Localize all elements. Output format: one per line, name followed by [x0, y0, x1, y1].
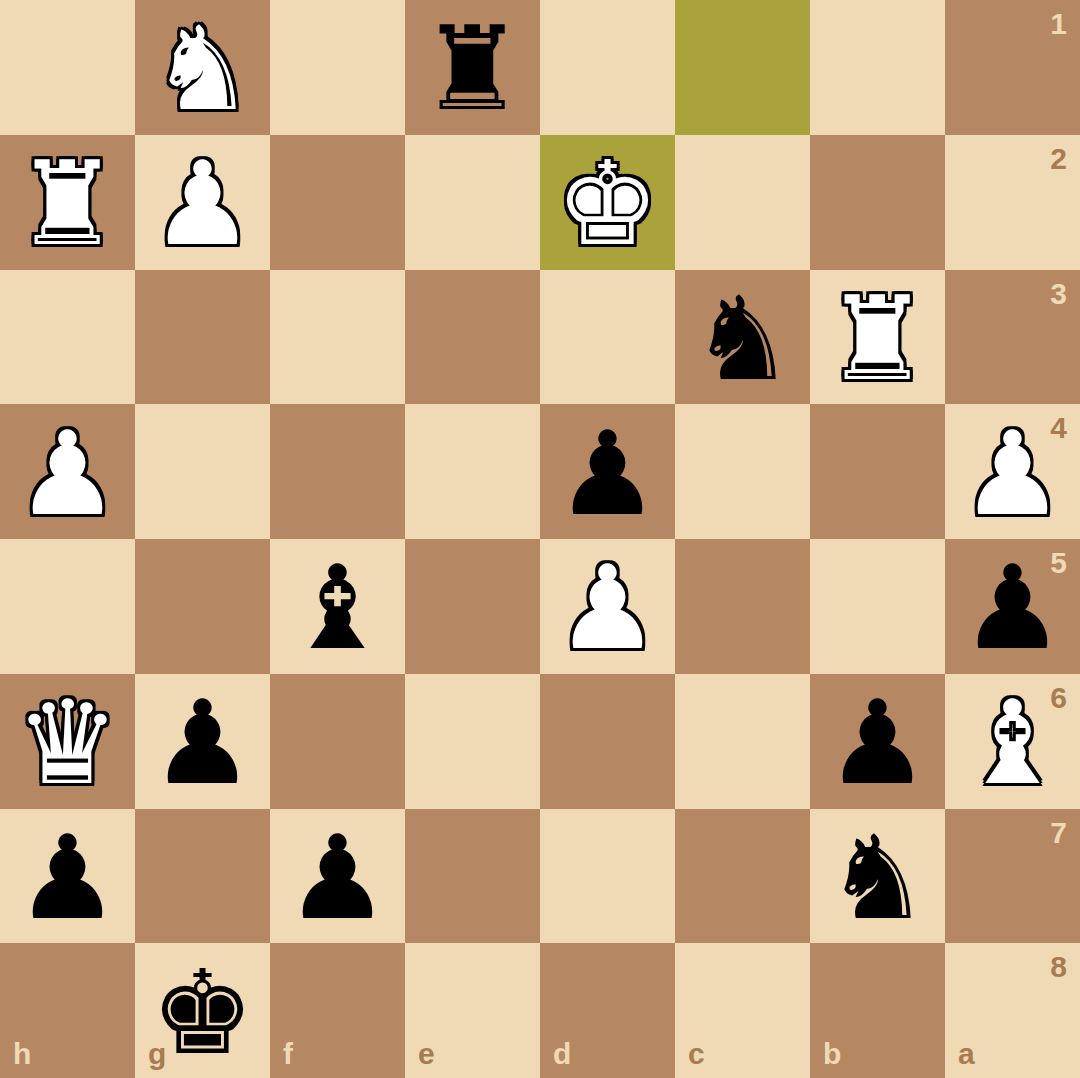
file-label-d: d [553, 1037, 571, 1071]
square-f5[interactable]: ♝ [270, 539, 405, 674]
square-g4[interactable] [135, 404, 270, 539]
square-g8[interactable]: ♚g [135, 943, 270, 1078]
square-d4[interactable]: ♟ [540, 404, 675, 539]
file-label-b: b [823, 1037, 841, 1071]
chess-board: ♞♜1♜♟♚2♞♜3♟♟♟4♝♟♟5♛♟♟♝6♟♟♞7h♚gfedcba8 [0, 0, 1080, 1078]
rank-label-8: 8 [1050, 950, 1067, 984]
square-d6[interactable] [540, 674, 675, 809]
white-pawn-d5[interactable]: ♟ [556, 550, 660, 666]
square-e5[interactable] [405, 539, 540, 674]
square-d2[interactable]: ♚ [540, 135, 675, 270]
square-f2[interactable] [270, 135, 405, 270]
square-c8[interactable]: c [675, 943, 810, 1078]
square-g2[interactable]: ♟ [135, 135, 270, 270]
rank-label-7: 7 [1050, 816, 1067, 850]
black-pawn-f7[interactable]: ♟ [286, 820, 390, 936]
black-king-g8[interactable]: ♚ [151, 955, 255, 1071]
square-d7[interactable] [540, 809, 675, 944]
square-h6[interactable]: ♛ [0, 674, 135, 809]
square-a4[interactable]: ♟4 [945, 404, 1080, 539]
square-b6[interactable]: ♟ [810, 674, 945, 809]
square-h5[interactable] [0, 539, 135, 674]
square-g6[interactable]: ♟ [135, 674, 270, 809]
square-b7[interactable]: ♞ [810, 809, 945, 944]
square-b1[interactable] [810, 0, 945, 135]
black-rook-e1[interactable]: ♜ [421, 11, 525, 127]
square-b4[interactable] [810, 404, 945, 539]
square-d3[interactable] [540, 270, 675, 405]
square-h7[interactable]: ♟ [0, 809, 135, 944]
square-a6[interactable]: ♝6 [945, 674, 1080, 809]
square-a3[interactable]: 3 [945, 270, 1080, 405]
square-e4[interactable] [405, 404, 540, 539]
square-e7[interactable] [405, 809, 540, 944]
square-a5[interactable]: ♟5 [945, 539, 1080, 674]
white-pawn-a4[interactable]: ♟ [961, 416, 1065, 532]
square-h3[interactable] [0, 270, 135, 405]
square-c1[interactable] [675, 0, 810, 135]
square-e3[interactable] [405, 270, 540, 405]
square-f6[interactable] [270, 674, 405, 809]
white-bishop-a6[interactable]: ♝ [961, 685, 1065, 801]
square-d8[interactable]: d [540, 943, 675, 1078]
square-e6[interactable] [405, 674, 540, 809]
square-f7[interactable]: ♟ [270, 809, 405, 944]
file-label-c: c [688, 1037, 705, 1071]
white-king-d2[interactable]: ♚ [556, 146, 660, 262]
white-queen-h6[interactable]: ♛ [16, 685, 120, 801]
file-label-h: h [13, 1037, 31, 1071]
rank-label-1: 1 [1050, 7, 1067, 41]
square-c4[interactable] [675, 404, 810, 539]
black-pawn-d4[interactable]: ♟ [556, 416, 660, 532]
square-b8[interactable]: b [810, 943, 945, 1078]
black-pawn-g6[interactable]: ♟ [151, 685, 255, 801]
square-a1[interactable]: 1 [945, 0, 1080, 135]
white-rook-h2[interactable]: ♜ [16, 146, 120, 262]
square-g5[interactable] [135, 539, 270, 674]
black-pawn-b6[interactable]: ♟ [826, 685, 930, 801]
square-d1[interactable] [540, 0, 675, 135]
file-label-a: a [958, 1037, 975, 1071]
white-knight-g1[interactable]: ♞ [151, 11, 255, 127]
white-rook-b3[interactable]: ♜ [826, 281, 930, 397]
square-g7[interactable] [135, 809, 270, 944]
square-e2[interactable] [405, 135, 540, 270]
square-f1[interactable] [270, 0, 405, 135]
square-e8[interactable]: e [405, 943, 540, 1078]
white-pawn-g2[interactable]: ♟ [151, 146, 255, 262]
black-knight-c3[interactable]: ♞ [691, 281, 795, 397]
square-c7[interactable] [675, 809, 810, 944]
rank-label-3: 3 [1050, 277, 1067, 311]
square-b5[interactable] [810, 539, 945, 674]
black-bishop-f5[interactable]: ♝ [286, 550, 390, 666]
black-pawn-h7[interactable]: ♟ [16, 820, 120, 936]
square-f8[interactable]: f [270, 943, 405, 1078]
square-g1[interactable]: ♞ [135, 0, 270, 135]
file-label-f: f [283, 1037, 293, 1071]
square-h1[interactable] [0, 0, 135, 135]
square-a2[interactable]: 2 [945, 135, 1080, 270]
square-f3[interactable] [270, 270, 405, 405]
square-f4[interactable] [270, 404, 405, 539]
square-h8[interactable]: h [0, 943, 135, 1078]
square-c6[interactable] [675, 674, 810, 809]
square-b2[interactable] [810, 135, 945, 270]
square-d5[interactable]: ♟ [540, 539, 675, 674]
square-g3[interactable] [135, 270, 270, 405]
white-pawn-h4[interactable]: ♟ [16, 416, 120, 532]
square-h4[interactable]: ♟ [0, 404, 135, 539]
rank-label-2: 2 [1050, 142, 1067, 176]
square-c3[interactable]: ♞ [675, 270, 810, 405]
square-b3[interactable]: ♜ [810, 270, 945, 405]
square-c5[interactable] [675, 539, 810, 674]
file-label-e: e [418, 1037, 435, 1071]
black-knight-b7[interactable]: ♞ [826, 820, 930, 936]
square-a8[interactable]: a8 [945, 943, 1080, 1078]
square-a7[interactable]: 7 [945, 809, 1080, 944]
square-c2[interactable] [675, 135, 810, 270]
square-h2[interactable]: ♜ [0, 135, 135, 270]
black-pawn-a5[interactable]: ♟ [961, 550, 1065, 666]
square-e1[interactable]: ♜ [405, 0, 540, 135]
